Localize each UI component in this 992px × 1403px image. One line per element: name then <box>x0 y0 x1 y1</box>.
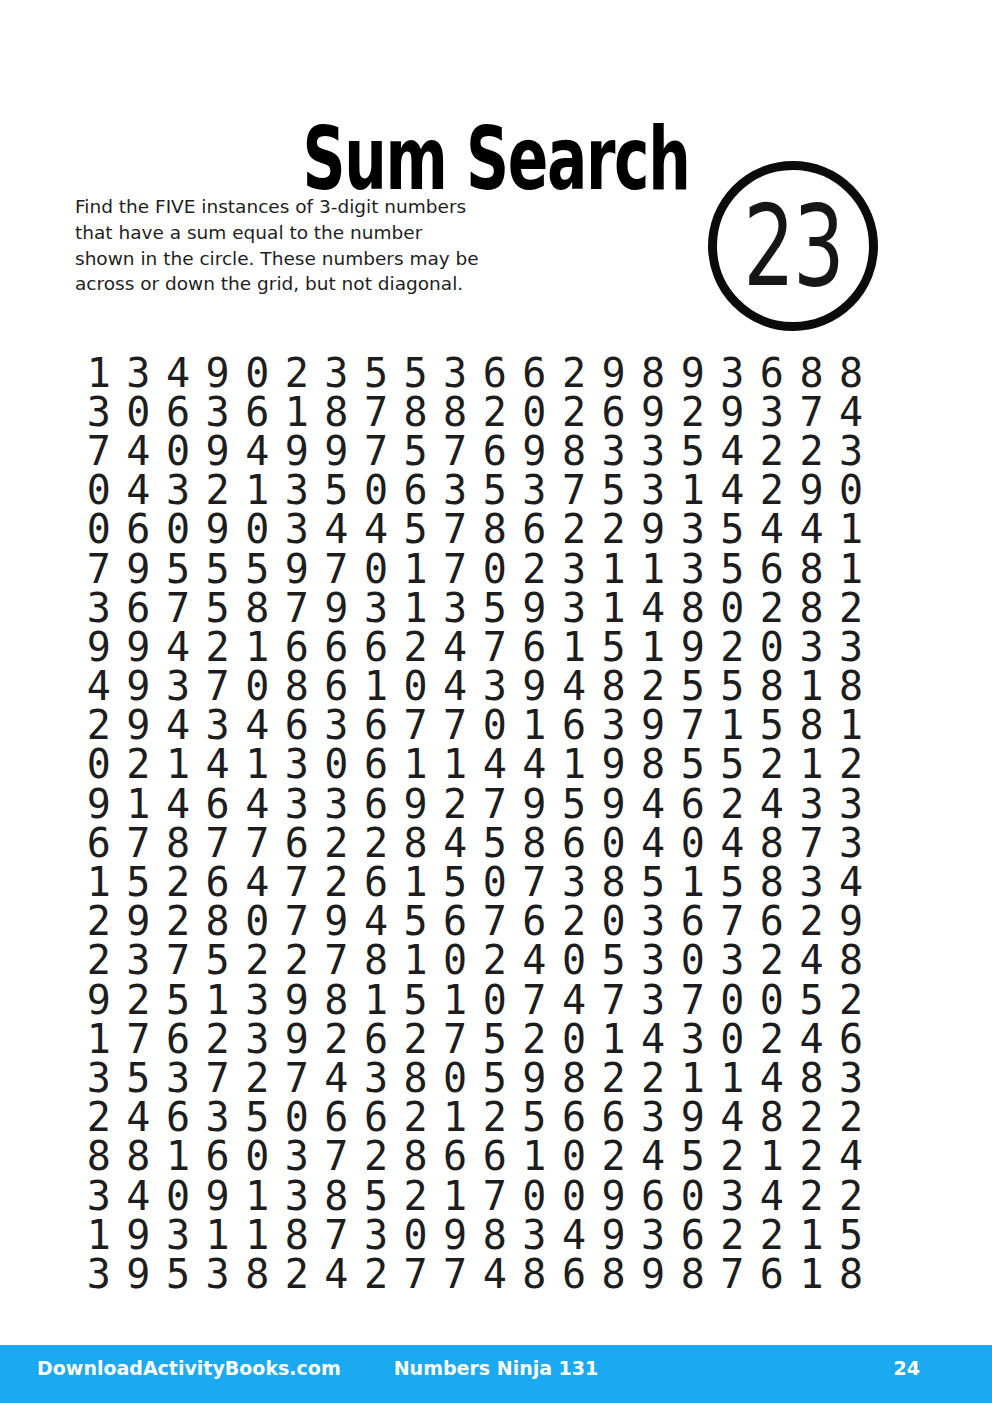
grid-cell[interactable]: 7 <box>435 549 475 588</box>
grid-cell[interactable]: 8 <box>475 1215 515 1254</box>
grid-cell[interactable]: 4 <box>792 1019 832 1058</box>
grid-cell[interactable]: 6 <box>515 902 555 941</box>
grid-cell[interactable]: 5 <box>396 980 436 1019</box>
grid-cell[interactable]: 2 <box>752 745 792 784</box>
grid-cell[interactable]: 7 <box>277 862 317 901</box>
grid-cell[interactable]: 2 <box>752 588 792 627</box>
grid-cell[interactable]: 8 <box>792 353 832 392</box>
grid-cell[interactable]: 2 <box>752 941 792 980</box>
grid-cell[interactable]: 6 <box>475 431 515 470</box>
grid-cell[interactable]: 3 <box>79 1176 119 1215</box>
grid-cell[interactable]: 3 <box>79 1058 119 1097</box>
grid-cell[interactable]: 6 <box>475 353 515 392</box>
grid-cell[interactable]: 8 <box>356 941 396 980</box>
grid-cell[interactable]: 1 <box>198 1215 238 1254</box>
grid-cell[interactable]: 0 <box>237 902 277 941</box>
grid-cell[interactable]: 8 <box>594 667 634 706</box>
grid-cell[interactable]: 0 <box>158 1176 198 1215</box>
grid-cell[interactable]: 4 <box>158 353 198 392</box>
grid-cell[interactable]: 6 <box>554 1098 594 1137</box>
grid-cell[interactable]: 1 <box>831 706 871 745</box>
grid-cell[interactable]: 5 <box>554 784 594 823</box>
grid-cell[interactable]: 7 <box>475 627 515 666</box>
grid-cell[interactable]: 9 <box>79 627 119 666</box>
grid-cell[interactable]: 6 <box>673 784 713 823</box>
grid-cell[interactable]: 0 <box>396 1215 436 1254</box>
grid-cell[interactable]: 8 <box>435 392 475 431</box>
grid-cell[interactable]: 7 <box>594 980 634 1019</box>
grid-cell[interactable]: 3 <box>277 1176 317 1215</box>
grid-cell[interactable]: 5 <box>396 431 436 470</box>
grid-cell[interactable]: 3 <box>435 471 475 510</box>
grid-cell[interactable]: 6 <box>752 1254 792 1293</box>
grid-cell[interactable]: 0 <box>237 353 277 392</box>
grid-cell[interactable]: 8 <box>158 823 198 862</box>
grid-cell[interactable]: 6 <box>158 392 198 431</box>
grid-cell[interactable]: 4 <box>119 1098 159 1137</box>
grid-cell[interactable]: 0 <box>831 471 871 510</box>
grid-cell[interactable]: 1 <box>594 588 634 627</box>
grid-cell[interactable]: 5 <box>396 353 436 392</box>
grid-cell[interactable]: 4 <box>792 510 832 549</box>
grid-cell[interactable]: 8 <box>317 1176 357 1215</box>
grid-cell[interactable]: 1 <box>396 588 436 627</box>
grid-cell[interactable]: 9 <box>119 549 159 588</box>
grid-cell[interactable]: 5 <box>713 862 753 901</box>
grid-cell[interactable]: 1 <box>356 667 396 706</box>
grid-cell[interactable]: 2 <box>792 1137 832 1176</box>
grid-cell[interactable]: 1 <box>396 862 436 901</box>
grid-cell[interactable]: 2 <box>79 1098 119 1137</box>
grid-cell[interactable]: 6 <box>79 823 119 862</box>
grid-cell[interactable]: 1 <box>515 1137 555 1176</box>
grid-cell[interactable]: 3 <box>831 784 871 823</box>
grid-cell[interactable]: 4 <box>475 745 515 784</box>
grid-cell[interactable]: 3 <box>356 1058 396 1097</box>
grid-cell[interactable]: 2 <box>317 1019 357 1058</box>
grid-cell[interactable]: 3 <box>831 823 871 862</box>
grid-cell[interactable]: 8 <box>237 1254 277 1293</box>
grid-cell[interactable]: 7 <box>119 823 159 862</box>
grid-cell[interactable]: 5 <box>673 431 713 470</box>
grid-cell[interactable]: 9 <box>594 353 634 392</box>
grid-cell[interactable]: 3 <box>435 353 475 392</box>
grid-cell[interactable]: 0 <box>356 549 396 588</box>
grid-cell[interactable]: 9 <box>594 1215 634 1254</box>
grid-cell[interactable]: 4 <box>356 902 396 941</box>
grid-cell[interactable]: 6 <box>594 1098 634 1137</box>
grid-cell[interactable]: 0 <box>554 1176 594 1215</box>
grid-cell[interactable]: 5 <box>831 1215 871 1254</box>
grid-cell[interactable]: 4 <box>119 431 159 470</box>
grid-cell[interactable]: 8 <box>831 353 871 392</box>
grid-cell[interactable]: 3 <box>633 1098 673 1137</box>
grid-cell[interactable]: 5 <box>475 588 515 627</box>
grid-cell[interactable]: 6 <box>277 627 317 666</box>
grid-cell[interactable]: 1 <box>396 745 436 784</box>
grid-cell[interactable]: 1 <box>554 745 594 784</box>
grid-cell[interactable]: 0 <box>317 745 357 784</box>
grid-cell[interactable]: 6 <box>356 784 396 823</box>
grid-cell[interactable]: 2 <box>79 706 119 745</box>
grid-cell[interactable]: 5 <box>396 902 436 941</box>
grid-cell[interactable]: 2 <box>831 1176 871 1215</box>
grid-cell[interactable]: 3 <box>198 1098 238 1137</box>
grid-cell[interactable]: 0 <box>554 1137 594 1176</box>
grid-cell[interactable]: 8 <box>594 1254 634 1293</box>
grid-cell[interactable]: 5 <box>475 1019 515 1058</box>
grid-cell[interactable]: 0 <box>594 902 634 941</box>
grid-cell[interactable]: 4 <box>119 471 159 510</box>
grid-cell[interactable]: 6 <box>396 471 436 510</box>
grid-cell[interactable]: 1 <box>713 706 753 745</box>
grid-cell[interactable]: 1 <box>79 862 119 901</box>
grid-cell[interactable]: 9 <box>119 1254 159 1293</box>
grid-cell[interactable]: 4 <box>831 862 871 901</box>
grid-cell[interactable]: 4 <box>198 745 238 784</box>
grid-cell[interactable]: 2 <box>277 941 317 980</box>
grid-cell[interactable]: 6 <box>198 1137 238 1176</box>
grid-cell[interactable]: 1 <box>277 392 317 431</box>
grid-cell[interactable]: 3 <box>79 588 119 627</box>
grid-cell[interactable]: 6 <box>198 862 238 901</box>
grid-cell[interactable]: 6 <box>515 353 555 392</box>
grid-cell[interactable]: 9 <box>515 1058 555 1097</box>
grid-cell[interactable]: 3 <box>633 980 673 1019</box>
grid-cell[interactable]: 4 <box>831 392 871 431</box>
grid-cell[interactable]: 2 <box>475 941 515 980</box>
grid-cell[interactable]: 9 <box>396 784 436 823</box>
grid-cell[interactable]: 3 <box>79 392 119 431</box>
grid-cell[interactable]: 4 <box>831 1137 871 1176</box>
grid-cell[interactable]: 8 <box>792 706 832 745</box>
grid-cell[interactable]: 6 <box>198 784 238 823</box>
grid-cell[interactable]: 3 <box>119 353 159 392</box>
grid-cell[interactable]: 7 <box>317 1215 357 1254</box>
grid-cell[interactable]: 7 <box>435 1254 475 1293</box>
grid-cell[interactable]: 2 <box>554 392 594 431</box>
grid-cell[interactable]: 5 <box>475 471 515 510</box>
grid-cell[interactable]: 5 <box>237 549 277 588</box>
grid-cell[interactable]: 1 <box>594 549 634 588</box>
grid-cell[interactable]: 2 <box>237 941 277 980</box>
grid-cell[interactable]: 4 <box>554 667 594 706</box>
grid-cell[interactable]: 7 <box>277 588 317 627</box>
grid-cell[interactable]: 0 <box>396 667 436 706</box>
grid-cell[interactable]: 3 <box>792 784 832 823</box>
grid-cell[interactable]: 3 <box>554 588 594 627</box>
grid-cell[interactable]: 0 <box>475 862 515 901</box>
grid-cell[interactable]: 1 <box>831 510 871 549</box>
grid-cell[interactable]: 9 <box>79 980 119 1019</box>
grid-cell[interactable]: 6 <box>158 1019 198 1058</box>
grid-cell[interactable]: 6 <box>356 862 396 901</box>
grid-cell[interactable]: 7 <box>277 1058 317 1097</box>
grid-cell[interactable]: 1 <box>237 471 277 510</box>
grid-cell[interactable]: 5 <box>713 667 753 706</box>
grid-cell[interactable]: 0 <box>475 549 515 588</box>
grid-cell[interactable]: 0 <box>554 1019 594 1058</box>
grid-cell[interactable]: 6 <box>515 627 555 666</box>
grid-cell[interactable]: 9 <box>594 1176 634 1215</box>
grid-cell[interactable]: 9 <box>633 392 673 431</box>
grid-cell[interactable]: 7 <box>198 1058 238 1097</box>
grid-cell[interactable]: 9 <box>515 667 555 706</box>
grid-cell[interactable]: 2 <box>475 1098 515 1137</box>
grid-cell[interactable]: 2 <box>356 1254 396 1293</box>
grid-cell[interactable]: 1 <box>79 1019 119 1058</box>
grid-cell[interactable]: 2 <box>713 1215 753 1254</box>
grid-cell[interactable]: 6 <box>356 1098 396 1137</box>
grid-cell[interactable]: 9 <box>277 980 317 1019</box>
grid-cell[interactable]: 3 <box>633 1215 673 1254</box>
grid-cell[interactable]: 6 <box>752 549 792 588</box>
grid-cell[interactable]: 3 <box>713 941 753 980</box>
grid-cell[interactable]: 6 <box>356 627 396 666</box>
grid-cell[interactable]: 2 <box>792 431 832 470</box>
grid-cell[interactable]: 2 <box>435 784 475 823</box>
grid-cell[interactable]: 5 <box>594 471 634 510</box>
grid-cell[interactable]: 3 <box>713 353 753 392</box>
grid-cell[interactable]: 6 <box>317 627 357 666</box>
grid-cell[interactable]: 9 <box>119 627 159 666</box>
grid-cell[interactable]: 8 <box>831 1254 871 1293</box>
grid-cell[interactable]: 2 <box>396 1176 436 1215</box>
grid-cell[interactable]: 2 <box>119 745 159 784</box>
grid-cell[interactable]: 3 <box>237 980 277 1019</box>
grid-cell[interactable]: 2 <box>237 1058 277 1097</box>
grid-cell[interactable]: 1 <box>356 980 396 1019</box>
grid-cell[interactable]: 5 <box>356 353 396 392</box>
grid-cell[interactable]: 8 <box>396 823 436 862</box>
grid-cell[interactable]: 2 <box>752 1215 792 1254</box>
grid-cell[interactable]: 4 <box>79 667 119 706</box>
grid-cell[interactable]: 2 <box>119 980 159 1019</box>
grid-cell[interactable]: 4 <box>713 1098 753 1137</box>
grid-cell[interactable]: 4 <box>435 627 475 666</box>
grid-cell[interactable]: 2 <box>831 1098 871 1137</box>
grid-cell[interactable]: 1 <box>792 667 832 706</box>
grid-cell[interactable]: 1 <box>713 1058 753 1097</box>
grid-cell[interactable]: 3 <box>752 392 792 431</box>
grid-cell[interactable]: 2 <box>831 980 871 1019</box>
grid-cell[interactable]: 3 <box>119 941 159 980</box>
grid-cell[interactable]: 5 <box>237 1098 277 1137</box>
grid-cell[interactable]: 1 <box>633 627 673 666</box>
grid-cell[interactable]: 3 <box>633 941 673 980</box>
grid-cell[interactable]: 9 <box>119 1215 159 1254</box>
grid-cell[interactable]: 6 <box>435 902 475 941</box>
grid-cell[interactable]: 6 <box>435 1137 475 1176</box>
grid-cell[interactable]: 3 <box>356 588 396 627</box>
grid-cell[interactable]: 6 <box>277 706 317 745</box>
grid-cell[interactable]: 8 <box>594 862 634 901</box>
grid-cell[interactable]: 1 <box>792 745 832 784</box>
grid-cell[interactable]: 4 <box>752 1176 792 1215</box>
grid-cell[interactable]: 3 <box>515 471 555 510</box>
grid-cell[interactable]: 3 <box>277 784 317 823</box>
grid-cell[interactable]: 8 <box>752 1098 792 1137</box>
grid-cell[interactable]: 5 <box>515 1098 555 1137</box>
grid-cell[interactable]: 9 <box>317 431 357 470</box>
grid-cell[interactable]: 8 <box>792 549 832 588</box>
grid-cell[interactable]: 7 <box>277 902 317 941</box>
grid-cell[interactable]: 4 <box>158 784 198 823</box>
grid-cell[interactable]: 7 <box>792 392 832 431</box>
grid-cell[interactable]: 3 <box>831 1058 871 1097</box>
grid-cell[interactable]: 7 <box>119 1019 159 1058</box>
grid-cell[interactable]: 8 <box>198 902 238 941</box>
grid-cell[interactable]: 8 <box>554 1058 594 1097</box>
grid-cell[interactable]: 0 <box>752 627 792 666</box>
grid-cell[interactable]: 3 <box>792 627 832 666</box>
grid-cell[interactable]: 6 <box>554 1254 594 1293</box>
grid-cell[interactable]: 9 <box>119 706 159 745</box>
grid-cell[interactable]: 4 <box>435 667 475 706</box>
grid-cell[interactable]: 2 <box>594 1137 634 1176</box>
grid-cell[interactable]: 4 <box>119 1176 159 1215</box>
grid-cell[interactable]: 1 <box>237 1176 277 1215</box>
grid-cell[interactable]: 6 <box>554 706 594 745</box>
grid-cell[interactable]: 9 <box>435 1215 475 1254</box>
grid-cell[interactable]: 4 <box>792 941 832 980</box>
grid-cell[interactable]: 2 <box>673 392 713 431</box>
grid-cell[interactable]: 7 <box>158 941 198 980</box>
grid-cell[interactable]: 2 <box>792 1176 832 1215</box>
grid-cell[interactable]: 9 <box>198 510 238 549</box>
grid-cell[interactable]: 9 <box>515 784 555 823</box>
grid-cell[interactable]: 8 <box>673 588 713 627</box>
grid-cell[interactable]: 0 <box>673 1176 713 1215</box>
grid-cell[interactable]: 0 <box>356 471 396 510</box>
grid-cell[interactable]: 0 <box>475 706 515 745</box>
grid-cell[interactable]: 7 <box>435 431 475 470</box>
grid-cell[interactable]: 6 <box>475 1137 515 1176</box>
grid-cell[interactable]: 7 <box>317 1137 357 1176</box>
grid-cell[interactable]: 9 <box>673 627 713 666</box>
grid-cell[interactable]: 4 <box>713 823 753 862</box>
grid-cell[interactable]: 6 <box>673 902 713 941</box>
grid-cell[interactable]: 4 <box>356 510 396 549</box>
grid-cell[interactable]: 2 <box>752 471 792 510</box>
grid-cell[interactable]: 8 <box>396 1058 436 1097</box>
grid-cell[interactable]: 1 <box>237 1215 277 1254</box>
grid-cell[interactable]: 5 <box>475 823 515 862</box>
grid-cell[interactable]: 0 <box>237 667 277 706</box>
grid-cell[interactable]: 3 <box>633 431 673 470</box>
grid-cell[interactable]: 2 <box>554 353 594 392</box>
grid-cell[interactable]: 3 <box>158 1215 198 1254</box>
grid-cell[interactable]: 0 <box>515 1176 555 1215</box>
grid-cell[interactable]: 6 <box>317 667 357 706</box>
grid-cell[interactable]: 2 <box>158 862 198 901</box>
grid-cell[interactable]: 5 <box>594 941 634 980</box>
grid-cell[interactable]: 3 <box>515 1215 555 1254</box>
grid-cell[interactable]: 8 <box>515 1254 555 1293</box>
grid-cell[interactable]: 4 <box>237 862 277 901</box>
grid-cell[interactable]: 7 <box>158 588 198 627</box>
grid-cell[interactable]: 9 <box>713 392 753 431</box>
grid-cell[interactable]: 8 <box>317 392 357 431</box>
grid-cell[interactable]: 2 <box>713 627 753 666</box>
grid-cell[interactable]: 3 <box>198 706 238 745</box>
grid-cell[interactable]: 7 <box>396 706 436 745</box>
grid-cell[interactable]: 2 <box>158 902 198 941</box>
grid-cell[interactable]: 2 <box>396 1019 436 1058</box>
grid-cell[interactable]: 5 <box>752 706 792 745</box>
grid-cell[interactable]: 4 <box>237 706 277 745</box>
grid-cell[interactable]: 6 <box>752 353 792 392</box>
grid-cell[interactable]: 8 <box>752 667 792 706</box>
grid-cell[interactable]: 0 <box>752 980 792 1019</box>
grid-cell[interactable]: 2 <box>317 862 357 901</box>
grid-cell[interactable]: 3 <box>554 862 594 901</box>
grid-cell[interactable]: 1 <box>119 784 159 823</box>
grid-cell[interactable]: 1 <box>158 1137 198 1176</box>
grid-cell[interactable]: 1 <box>792 1215 832 1254</box>
grid-cell[interactable]: 1 <box>633 549 673 588</box>
grid-cell[interactable]: 5 <box>158 1254 198 1293</box>
grid-cell[interactable]: 5 <box>713 549 753 588</box>
grid-cell[interactable]: 1 <box>435 745 475 784</box>
grid-cell[interactable]: 0 <box>475 980 515 1019</box>
grid-cell[interactable]: 1 <box>554 627 594 666</box>
grid-cell[interactable]: 5 <box>396 510 436 549</box>
grid-cell[interactable]: 4 <box>633 588 673 627</box>
grid-cell[interactable]: 9 <box>633 510 673 549</box>
grid-cell[interactable]: 8 <box>831 941 871 980</box>
grid-cell[interactable]: 7 <box>475 902 515 941</box>
grid-cell[interactable]: 6 <box>356 706 396 745</box>
grid-cell[interactable]: 3 <box>475 667 515 706</box>
grid-cell[interactable]: 3 <box>633 471 673 510</box>
grid-cell[interactable]: 2 <box>79 902 119 941</box>
grid-cell[interactable]: 3 <box>713 1176 753 1215</box>
grid-cell[interactable]: 9 <box>317 588 357 627</box>
grid-cell[interactable]: 5 <box>198 588 238 627</box>
grid-cell[interactable]: 1 <box>792 1254 832 1293</box>
grid-cell[interactable]: 3 <box>317 784 357 823</box>
grid-cell[interactable]: 7 <box>356 431 396 470</box>
grid-cell[interactable]: 7 <box>317 941 357 980</box>
grid-cell[interactable]: 2 <box>198 1019 238 1058</box>
grid-cell[interactable]: 3 <box>158 471 198 510</box>
grid-cell[interactable]: 2 <box>198 471 238 510</box>
grid-cell[interactable]: 0 <box>673 823 713 862</box>
grid-cell[interactable]: 9 <box>198 353 238 392</box>
grid-cell[interactable]: 3 <box>633 902 673 941</box>
grid-cell[interactable]: 5 <box>198 549 238 588</box>
grid-cell[interactable]: 0 <box>673 941 713 980</box>
grid-cell[interactable]: 2 <box>356 1137 396 1176</box>
grid-cell[interactable]: 3 <box>237 1019 277 1058</box>
grid-cell[interactable]: 5 <box>158 549 198 588</box>
grid-cell[interactable]: 3 <box>831 627 871 666</box>
grid-cell[interactable]: 1 <box>237 627 277 666</box>
grid-cell[interactable]: 8 <box>317 980 357 1019</box>
grid-cell[interactable]: 2 <box>317 823 357 862</box>
grid-cell[interactable]: 6 <box>356 745 396 784</box>
grid-cell[interactable]: 3 <box>356 1215 396 1254</box>
grid-cell[interactable]: 4 <box>633 1019 673 1058</box>
grid-cell[interactable]: 2 <box>554 902 594 941</box>
grid-cell[interactable]: 3 <box>594 431 634 470</box>
grid-cell[interactable]: 5 <box>198 941 238 980</box>
grid-cell[interactable]: 1 <box>396 941 436 980</box>
grid-cell[interactable]: 0 <box>713 1019 753 1058</box>
grid-cell[interactable]: 4 <box>713 471 753 510</box>
grid-cell[interactable]: 4 <box>317 1254 357 1293</box>
